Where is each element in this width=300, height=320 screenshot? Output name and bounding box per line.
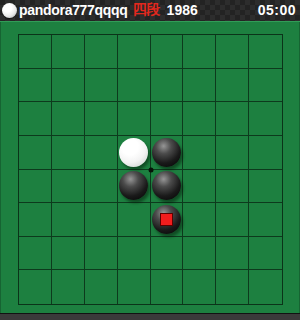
cell-g3[interactable] bbox=[216, 102, 249, 136]
cell-b7[interactable] bbox=[52, 237, 85, 271]
cell-a3[interactable] bbox=[19, 102, 52, 136]
center-dot-marker bbox=[148, 167, 153, 172]
cell-g7[interactable] bbox=[216, 237, 249, 271]
cell-d4[interactable] bbox=[118, 136, 151, 170]
cell-h2[interactable] bbox=[249, 69, 282, 103]
player-rank-badge: 四段 bbox=[133, 1, 161, 19]
black-disc bbox=[152, 171, 181, 200]
cell-h1[interactable] bbox=[249, 35, 282, 69]
player-bar: pandora777qqqq 四段 1986 05:00 bbox=[0, 0, 300, 21]
cell-c6[interactable] bbox=[85, 203, 118, 237]
cell-b5[interactable] bbox=[52, 170, 85, 204]
cell-f3[interactable] bbox=[183, 102, 216, 136]
player-name: pandora777qqqq bbox=[19, 2, 128, 18]
cell-f7[interactable] bbox=[183, 237, 216, 271]
cell-g1[interactable] bbox=[216, 35, 249, 69]
cell-b6[interactable] bbox=[52, 203, 85, 237]
cell-h4[interactable] bbox=[249, 136, 282, 170]
white-stone-icon bbox=[2, 3, 17, 18]
cell-d2[interactable] bbox=[118, 69, 151, 103]
cell-a5[interactable] bbox=[19, 170, 52, 204]
cell-a4[interactable] bbox=[19, 136, 52, 170]
board-panel bbox=[0, 21, 300, 313]
black-disc bbox=[119, 171, 148, 200]
cell-e7[interactable] bbox=[151, 237, 184, 271]
cell-e2[interactable] bbox=[151, 69, 184, 103]
cell-d1[interactable] bbox=[118, 35, 151, 69]
cell-f8[interactable] bbox=[183, 270, 216, 304]
cell-c8[interactable] bbox=[85, 270, 118, 304]
game-clock: 05:00 bbox=[258, 2, 296, 18]
cell-g5[interactable] bbox=[216, 170, 249, 204]
cell-h3[interactable] bbox=[249, 102, 282, 136]
cell-d7[interactable] bbox=[118, 237, 151, 271]
cell-d5[interactable] bbox=[118, 170, 151, 204]
cell-c7[interactable] bbox=[85, 237, 118, 271]
cell-g4[interactable] bbox=[216, 136, 249, 170]
cell-h5[interactable] bbox=[249, 170, 282, 204]
status-bar bbox=[0, 313, 300, 320]
cell-a7[interactable] bbox=[19, 237, 52, 271]
cell-c4[interactable] bbox=[85, 136, 118, 170]
cell-b2[interactable] bbox=[52, 69, 85, 103]
white-disc bbox=[119, 138, 148, 167]
player-rating: 1986 bbox=[167, 2, 198, 18]
cell-b3[interactable] bbox=[52, 102, 85, 136]
cell-g6[interactable] bbox=[216, 203, 249, 237]
cell-e8[interactable] bbox=[151, 270, 184, 304]
cell-g2[interactable] bbox=[216, 69, 249, 103]
cell-d6[interactable] bbox=[118, 203, 151, 237]
last-move-marker bbox=[160, 213, 173, 226]
cell-f5[interactable] bbox=[183, 170, 216, 204]
cell-f4[interactable] bbox=[183, 136, 216, 170]
cell-a6[interactable] bbox=[19, 203, 52, 237]
black-disc bbox=[152, 205, 181, 234]
cell-b8[interactable] bbox=[52, 270, 85, 304]
cell-h8[interactable] bbox=[249, 270, 282, 304]
cell-h6[interactable] bbox=[249, 203, 282, 237]
cell-g8[interactable] bbox=[216, 270, 249, 304]
cell-e5[interactable] bbox=[151, 170, 184, 204]
cell-d8[interactable] bbox=[118, 270, 151, 304]
cell-f6[interactable] bbox=[183, 203, 216, 237]
cell-a2[interactable] bbox=[19, 69, 52, 103]
cell-f2[interactable] bbox=[183, 69, 216, 103]
cell-e4[interactable] bbox=[151, 136, 184, 170]
black-disc bbox=[152, 138, 181, 167]
cell-a1[interactable] bbox=[19, 35, 52, 69]
cell-b1[interactable] bbox=[52, 35, 85, 69]
cell-a8[interactable] bbox=[19, 270, 52, 304]
othello-board bbox=[18, 34, 283, 305]
cell-c3[interactable] bbox=[85, 102, 118, 136]
cell-e1[interactable] bbox=[151, 35, 184, 69]
cell-b4[interactable] bbox=[52, 136, 85, 170]
cell-f1[interactable] bbox=[183, 35, 216, 69]
cell-c2[interactable] bbox=[85, 69, 118, 103]
cell-c5[interactable] bbox=[85, 170, 118, 204]
cell-h7[interactable] bbox=[249, 237, 282, 271]
cell-c1[interactable] bbox=[85, 35, 118, 69]
cell-d3[interactable] bbox=[118, 102, 151, 136]
cell-e3[interactable] bbox=[151, 102, 184, 136]
cell-e6[interactable] bbox=[151, 203, 184, 237]
